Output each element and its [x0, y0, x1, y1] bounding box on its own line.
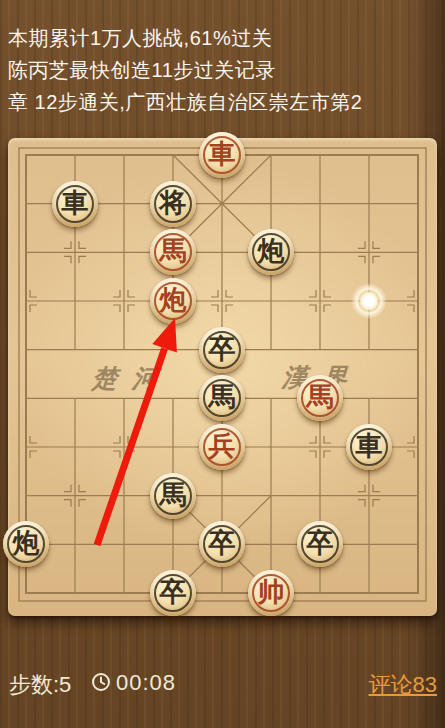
piece-label: 炮 [150, 277, 196, 323]
status-bar: 步数:5 00:08 评论83 [0, 668, 445, 702]
piece-red-chariot[interactable]: 車 [199, 132, 245, 178]
piece-label: 卒 [150, 569, 196, 615]
piece-label: 兵 [199, 423, 245, 469]
piece-label: 車 [199, 131, 245, 177]
move-counter: 步数:5 [9, 670, 71, 700]
piece-label: 将 [150, 180, 196, 226]
piece-red-cannon[interactable]: 炮 [150, 278, 196, 324]
piece-black-general[interactable]: 将 [150, 181, 196, 227]
river-label-chuhe: 楚河 [91, 362, 173, 395]
piece-black-chariot[interactable]: 車 [346, 424, 392, 470]
piece-label: 卒 [297, 520, 343, 566]
challenge-stats: 本期累计1万人挑战,61%过关 陈丙芝最快创造11步过关记录 章 12步通关,广… [8, 22, 441, 118]
stats-line-3: 章 12步通关,广西壮族自治区崇左市第2 [8, 86, 441, 118]
timer: 00:08 [116, 670, 176, 696]
piece-label: 炮 [248, 228, 294, 274]
piece-label: 帅 [248, 569, 294, 615]
piece-black-cannon[interactable]: 炮 [3, 521, 49, 567]
piece-red-general[interactable]: 帅 [248, 570, 294, 616]
stats-line-1: 本期累计1万人挑战,61%过关 [8, 22, 441, 54]
piece-red-soldier[interactable]: 兵 [199, 424, 245, 470]
sparkle-highlight [351, 283, 387, 319]
piece-black-horse[interactable]: 馬 [150, 473, 196, 519]
stats-line-2: 陈丙芝最快创造11步过关记录 [8, 54, 441, 86]
piece-black-soldier[interactable]: 卒 [199, 327, 245, 373]
piece-black-soldier[interactable]: 卒 [150, 570, 196, 616]
piece-black-soldier[interactable]: 卒 [297, 521, 343, 567]
piece-label: 馬 [297, 374, 343, 420]
clock-icon [90, 671, 112, 693]
piece-label: 卒 [199, 520, 245, 566]
piece-label: 卒 [199, 326, 245, 372]
piece-label: 馬 [150, 472, 196, 518]
piece-black-horse[interactable]: 馬 [199, 375, 245, 421]
piece-label: 馬 [199, 374, 245, 420]
app-screen: 本期累计1万人挑战,61%过关 陈丙芝最快创造11步过关记录 章 12步通关,广… [0, 0, 445, 728]
piece-label: 車 [346, 423, 392, 469]
piece-black-soldier[interactable]: 卒 [199, 521, 245, 567]
piece-red-horse[interactable]: 馬 [150, 229, 196, 275]
comments-link[interactable]: 评论83 [369, 670, 437, 700]
piece-red-horse[interactable]: 馬 [297, 375, 343, 421]
piece-label: 炮 [3, 520, 49, 566]
piece-label: 馬 [150, 228, 196, 274]
piece-black-cannon[interactable]: 炮 [248, 229, 294, 275]
piece-black-chariot[interactable]: 車 [52, 181, 98, 227]
piece-label: 車 [52, 180, 98, 226]
